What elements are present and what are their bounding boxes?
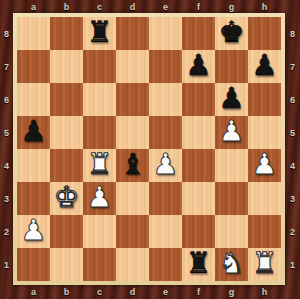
square-a7[interactable] — [17, 50, 50, 83]
square-d2[interactable] — [116, 215, 149, 248]
square-d8[interactable] — [116, 17, 149, 50]
square-d5[interactable] — [116, 116, 149, 149]
file-labels-bottom: abcdefgh — [17, 285, 281, 299]
file-label-e: e — [149, 285, 182, 299]
file-label-d: d — [116, 285, 149, 299]
square-c6[interactable] — [83, 83, 116, 116]
square-g5[interactable]: ♟ — [215, 116, 248, 149]
square-f7[interactable]: ♟ — [182, 50, 215, 83]
square-g1[interactable]: ♞ — [215, 248, 248, 281]
square-a5[interactable]: ♟ — [17, 116, 50, 149]
rank-label-2: 2 — [0, 215, 13, 248]
square-b3[interactable]: ♚ — [50, 182, 83, 215]
rank-label-8: 8 — [285, 17, 300, 50]
square-c3[interactable]: ♟ — [83, 182, 116, 215]
square-h6[interactable] — [248, 83, 281, 116]
square-e1[interactable] — [149, 248, 182, 281]
rank-label-5: 5 — [285, 116, 300, 149]
file-label-h: h — [248, 0, 281, 13]
square-g7[interactable] — [215, 50, 248, 83]
square-h5[interactable] — [248, 116, 281, 149]
square-h4[interactable]: ♟ — [248, 149, 281, 182]
piece-black-pawn[interactable]: ♟ — [186, 49, 212, 82]
square-b4[interactable] — [50, 149, 83, 182]
square-b8[interactable] — [50, 17, 83, 50]
square-a2[interactable]: ♟ — [17, 215, 50, 248]
square-c2[interactable] — [83, 215, 116, 248]
square-e3[interactable] — [149, 182, 182, 215]
square-d6[interactable] — [116, 83, 149, 116]
square-e4[interactable]: ♟ — [149, 149, 182, 182]
square-c7[interactable] — [83, 50, 116, 83]
rank-label-3: 3 — [0, 182, 13, 215]
piece-black-bishop[interactable]: ♝ — [120, 148, 146, 181]
file-label-g: g — [215, 0, 248, 13]
piece-black-king[interactable]: ♚ — [219, 16, 245, 49]
rank-labels-right: 87654321 — [285, 17, 300, 281]
square-h8[interactable] — [248, 17, 281, 50]
file-labels-top: abcdefgh — [17, 0, 281, 13]
rank-label-2: 2 — [285, 215, 300, 248]
square-b2[interactable] — [50, 215, 83, 248]
square-b7[interactable] — [50, 50, 83, 83]
piece-black-pawn[interactable]: ♟ — [21, 115, 47, 148]
square-h3[interactable] — [248, 182, 281, 215]
square-c1[interactable] — [83, 248, 116, 281]
square-b5[interactable] — [50, 116, 83, 149]
rank-label-4: 4 — [285, 149, 300, 182]
square-f1[interactable]: ♜ — [182, 248, 215, 281]
square-g4[interactable] — [215, 149, 248, 182]
rank-label-8: 8 — [0, 17, 13, 50]
square-a1[interactable] — [17, 248, 50, 281]
file-label-c: c — [83, 285, 116, 299]
file-label-a: a — [17, 285, 50, 299]
square-f3[interactable] — [182, 182, 215, 215]
square-f2[interactable] — [182, 215, 215, 248]
rank-label-3: 3 — [285, 182, 300, 215]
piece-black-rook[interactable]: ♜ — [186, 247, 212, 280]
square-g3[interactable] — [215, 182, 248, 215]
square-f8[interactable] — [182, 17, 215, 50]
file-label-a: a — [17, 0, 50, 13]
file-label-f: f — [182, 0, 215, 13]
file-label-b: b — [50, 0, 83, 13]
square-d7[interactable] — [116, 50, 149, 83]
square-c8[interactable]: ♜ — [83, 17, 116, 50]
square-f5[interactable] — [182, 116, 215, 149]
square-e5[interactable] — [149, 116, 182, 149]
square-f4[interactable] — [182, 149, 215, 182]
square-g6[interactable]: ♟ — [215, 83, 248, 116]
file-label-e: e — [149, 0, 182, 13]
chessboard-screenshot: abcdefgh abcdefgh 87654321 87654321 ♜♚♟♟… — [0, 0, 300, 299]
square-d3[interactable] — [116, 182, 149, 215]
file-label-h: h — [248, 285, 281, 299]
rank-label-4: 4 — [0, 149, 13, 182]
piece-white-rook[interactable]: ♜ — [252, 247, 278, 280]
piece-white-pawn[interactable]: ♟ — [252, 148, 278, 181]
piece-white-pawn[interactable]: ♟ — [219, 115, 245, 148]
piece-white-pawn[interactable]: ♟ — [87, 181, 113, 214]
file-label-g: g — [215, 285, 248, 299]
square-e2[interactable] — [149, 215, 182, 248]
square-d1[interactable] — [116, 248, 149, 281]
square-g8[interactable]: ♚ — [215, 17, 248, 50]
rank-label-7: 7 — [0, 50, 13, 83]
piece-white-pawn[interactable]: ♟ — [153, 148, 179, 181]
file-label-f: f — [182, 285, 215, 299]
piece-black-pawn[interactable]: ♟ — [219, 82, 245, 115]
board-inner-border: ♜♚♟♟♟♟♟♜♝♟♟♚♟♟♜♞♜ — [13, 13, 285, 285]
square-h2[interactable] — [248, 215, 281, 248]
square-g2[interactable] — [215, 215, 248, 248]
square-h1[interactable]: ♜ — [248, 248, 281, 281]
file-label-d: d — [116, 0, 149, 13]
rank-label-1: 1 — [0, 248, 13, 281]
chess-board: ♜♚♟♟♟♟♟♜♝♟♟♚♟♟♜♞♜ — [17, 17, 281, 281]
square-e7[interactable] — [149, 50, 182, 83]
rank-label-6: 6 — [0, 83, 13, 116]
file-label-b: b — [50, 285, 83, 299]
piece-black-rook[interactable]: ♜ — [87, 16, 113, 49]
square-a6[interactable] — [17, 83, 50, 116]
square-a8[interactable] — [17, 17, 50, 50]
square-b6[interactable] — [50, 83, 83, 116]
square-e8[interactable] — [149, 17, 182, 50]
piece-white-king[interactable]: ♚ — [54, 181, 80, 214]
square-d4[interactable]: ♝ — [116, 149, 149, 182]
piece-white-rook[interactable]: ♜ — [87, 148, 113, 181]
piece-white-knight[interactable]: ♞ — [219, 247, 245, 280]
rank-labels-left: 87654321 — [0, 17, 13, 281]
rank-label-5: 5 — [0, 116, 13, 149]
square-c4[interactable]: ♜ — [83, 149, 116, 182]
rank-label-7: 7 — [285, 50, 300, 83]
rank-label-1: 1 — [285, 248, 300, 281]
square-h7[interactable]: ♟ — [248, 50, 281, 83]
square-a3[interactable] — [17, 182, 50, 215]
square-e6[interactable] — [149, 83, 182, 116]
square-f6[interactable] — [182, 83, 215, 116]
square-b1[interactable] — [50, 248, 83, 281]
square-a4[interactable] — [17, 149, 50, 182]
piece-white-pawn[interactable]: ♟ — [21, 214, 47, 247]
rank-label-6: 6 — [285, 83, 300, 116]
piece-black-pawn[interactable]: ♟ — [252, 49, 278, 82]
file-label-c: c — [83, 0, 116, 13]
square-c5[interactable] — [83, 116, 116, 149]
